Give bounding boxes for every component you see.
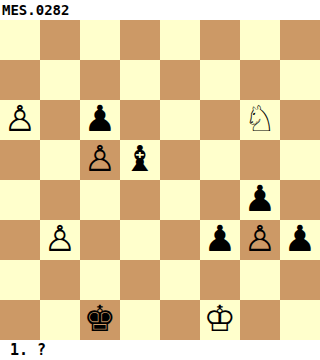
square-e5[interactable]: [160, 140, 200, 180]
white-pawn[interactable]: ♙: [84, 139, 116, 179]
square-b6[interactable]: [40, 100, 80, 140]
square-g1[interactable]: [240, 300, 280, 340]
square-a8[interactable]: [0, 20, 40, 60]
chess-board: ♙♟♘♙♝♟♙♟♙♟♚♔: [0, 20, 320, 340]
square-c3[interactable]: [80, 220, 120, 260]
white-pawn[interactable]: ♙: [44, 219, 76, 259]
square-d4[interactable]: [120, 180, 160, 220]
square-a7[interactable]: [0, 60, 40, 100]
square-h1[interactable]: [280, 300, 320, 340]
square-h5[interactable]: [280, 140, 320, 180]
square-f8[interactable]: [200, 20, 240, 60]
square-e4[interactable]: [160, 180, 200, 220]
square-b8[interactable]: [40, 20, 80, 60]
black-pawn[interactable]: ♟: [284, 219, 316, 259]
square-b3[interactable]: ♙: [40, 220, 80, 260]
square-d1[interactable]: [120, 300, 160, 340]
black-pawn[interactable]: ♟: [204, 219, 236, 259]
square-c2[interactable]: [80, 260, 120, 300]
square-g3[interactable]: ♙: [240, 220, 280, 260]
square-c5[interactable]: ♙: [80, 140, 120, 180]
square-c1[interactable]: ♚: [80, 300, 120, 340]
square-h2[interactable]: [280, 260, 320, 300]
black-pawn[interactable]: ♟: [244, 179, 276, 219]
square-h8[interactable]: [280, 20, 320, 60]
square-h7[interactable]: [280, 60, 320, 100]
square-c7[interactable]: [80, 60, 120, 100]
square-d8[interactable]: [120, 20, 160, 60]
square-a5[interactable]: [0, 140, 40, 180]
square-d7[interactable]: [120, 60, 160, 100]
diagram-footer: 1. ?: [0, 340, 320, 360]
square-e3[interactable]: [160, 220, 200, 260]
square-h4[interactable]: [280, 180, 320, 220]
square-g2[interactable]: [240, 260, 280, 300]
square-f6[interactable]: [200, 100, 240, 140]
white-king[interactable]: ♔: [204, 299, 236, 339]
white-knight[interactable]: ♘: [244, 99, 276, 139]
black-king[interactable]: ♚: [84, 299, 116, 339]
square-a3[interactable]: [0, 220, 40, 260]
white-pawn[interactable]: ♙: [244, 219, 276, 259]
square-f1[interactable]: ♔: [200, 300, 240, 340]
square-d6[interactable]: [120, 100, 160, 140]
square-g4[interactable]: ♟: [240, 180, 280, 220]
square-e8[interactable]: [160, 20, 200, 60]
square-f5[interactable]: [200, 140, 240, 180]
square-b2[interactable]: [40, 260, 80, 300]
square-g5[interactable]: [240, 140, 280, 180]
square-e7[interactable]: [160, 60, 200, 100]
diagram-title: MES.0282: [2, 0, 69, 20]
square-g7[interactable]: [240, 60, 280, 100]
square-a2[interactable]: [0, 260, 40, 300]
square-h6[interactable]: [280, 100, 320, 140]
diagram-header: MES.0282: [0, 0, 320, 20]
square-g8[interactable]: [240, 20, 280, 60]
square-g6[interactable]: ♘: [240, 100, 280, 140]
square-b4[interactable]: [40, 180, 80, 220]
square-b5[interactable]: [40, 140, 80, 180]
square-d3[interactable]: [120, 220, 160, 260]
square-c8[interactable]: [80, 20, 120, 60]
square-c4[interactable]: [80, 180, 120, 220]
square-c6[interactable]: ♟: [80, 100, 120, 140]
square-e2[interactable]: [160, 260, 200, 300]
square-d5[interactable]: ♝: [120, 140, 160, 180]
square-e1[interactable]: [160, 300, 200, 340]
square-b7[interactable]: [40, 60, 80, 100]
square-f2[interactable]: [200, 260, 240, 300]
white-pawn[interactable]: ♙: [4, 99, 36, 139]
square-h3[interactable]: ♟: [280, 220, 320, 260]
square-f3[interactable]: ♟: [200, 220, 240, 260]
square-e6[interactable]: [160, 100, 200, 140]
square-a4[interactable]: [0, 180, 40, 220]
square-a6[interactable]: ♙: [0, 100, 40, 140]
square-b1[interactable]: [40, 300, 80, 340]
black-pawn[interactable]: ♟: [84, 99, 116, 139]
square-a1[interactable]: [0, 300, 40, 340]
square-d2[interactable]: [120, 260, 160, 300]
black-bishop[interactable]: ♝: [124, 139, 156, 179]
move-prompt: 1. ?: [10, 340, 46, 360]
square-f7[interactable]: [200, 60, 240, 100]
square-f4[interactable]: [200, 180, 240, 220]
